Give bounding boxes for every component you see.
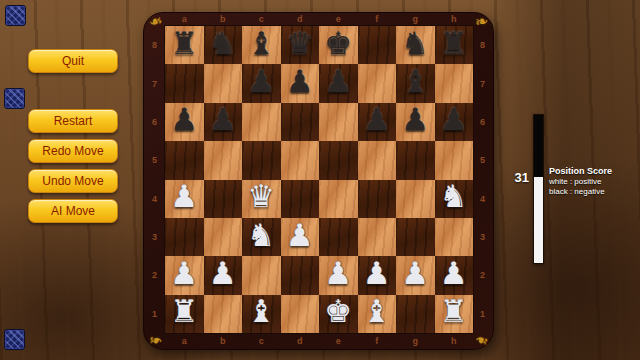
piece-white-king: ♚ [319,293,358,331]
square-a8[interactable]: ♜ [165,26,204,64]
rank-label-8: 8 [472,26,493,64]
rank-label-4: 4 [144,180,165,218]
square-h2[interactable]: ♟ [435,256,474,294]
square-f1[interactable]: ♝ [358,295,397,333]
score-bar [533,114,544,264]
square-h5[interactable] [435,141,474,179]
board-grid: ♜♞♝♛♚♞♜♟♟♟♝♟♟♟♟♟♟♛♞♞♟♟♟♟♟♟♟♜♝♚♝♜ [165,26,473,333]
square-g1[interactable] [396,295,435,333]
piece-white-bishop: ♝ [242,293,281,331]
square-c3[interactable]: ♞ [242,218,281,256]
piece-black-bishop: ♝ [242,24,281,62]
piece-black-bishop: ♝ [396,62,435,100]
square-b8[interactable]: ♞ [204,26,243,64]
square-e1[interactable]: ♚ [319,295,358,333]
piece-black-pawn: ♟ [396,101,435,139]
ornament-icon [4,88,25,109]
square-e8[interactable]: ♚ [319,26,358,64]
piece-white-rook: ♜ [165,293,204,331]
ornament-icon [4,329,25,350]
score-legend-black: black : negative [549,187,637,197]
file-label-g: g [396,335,435,348]
piece-white-pawn: ♟ [165,178,204,216]
piece-black-pawn: ♟ [281,62,320,100]
square-g8[interactable]: ♞ [396,26,435,64]
piece-black-pawn: ♟ [358,101,397,139]
piece-white-pawn: ♟ [319,254,358,292]
rank-label-5: 5 [144,141,165,179]
piece-black-knight: ♞ [396,24,435,62]
square-d4[interactable] [281,180,320,218]
score-value: 31 [502,170,529,185]
square-d5[interactable] [281,141,320,179]
rank-label-2: 2 [472,256,493,294]
square-c1[interactable]: ♝ [242,295,281,333]
square-h6[interactable]: ♟ [435,103,474,141]
square-g4[interactable] [396,180,435,218]
square-d6[interactable] [281,103,320,141]
square-g3[interactable] [396,218,435,256]
piece-white-knight: ♞ [242,216,281,254]
ai-move-button[interactable]: AI Move [28,199,118,223]
piece-black-queen: ♛ [281,24,320,62]
file-label-d: d [281,13,320,26]
ornament-icon [5,5,26,26]
file-label-b: b [204,335,243,348]
piece-black-knight: ♞ [204,24,243,62]
square-f8[interactable] [358,26,397,64]
square-f6[interactable]: ♟ [358,103,397,141]
score-bar-white-segment [534,177,543,263]
square-d8[interactable]: ♛ [281,26,320,64]
square-a5[interactable] [165,141,204,179]
rank-label-2: 2 [144,256,165,294]
square-h7[interactable] [435,64,474,102]
quit-button[interactable]: Quit [28,49,118,73]
square-e2[interactable]: ♟ [319,256,358,294]
piece-white-pawn: ♟ [204,254,243,292]
piece-black-rook: ♜ [435,24,474,62]
square-d1[interactable] [281,295,320,333]
piece-black-rook: ♜ [165,24,204,62]
square-h8[interactable]: ♜ [435,26,474,64]
piece-white-queen: ♛ [242,178,281,216]
file-labels-top: abcdefgh [165,13,473,26]
chess-board-frame: ❧ ❧ ❧ ❧ abcdefgh 87654321 ♜♞♝♛♚♞♜♟♟♟♝♟♟♟… [143,12,494,350]
square-c8[interactable]: ♝ [242,26,281,64]
piece-white-pawn: ♟ [435,254,474,292]
square-b5[interactable] [204,141,243,179]
square-c2[interactable] [242,256,281,294]
piece-black-pawn: ♟ [319,62,358,100]
rank-label-6: 6 [472,103,493,141]
square-a1[interactable]: ♜ [165,295,204,333]
square-e4[interactable] [319,180,358,218]
restart-button[interactable]: Restart [28,109,118,133]
piece-black-king: ♚ [319,24,358,62]
score-legend-title: Position Score [549,166,637,176]
square-e3[interactable] [319,218,358,256]
file-label-d: d [281,335,320,348]
square-a7[interactable] [165,64,204,102]
rank-label-7: 7 [472,64,493,102]
square-f4[interactable] [358,180,397,218]
file-label-h: h [435,335,474,348]
square-f2[interactable]: ♟ [358,256,397,294]
square-f3[interactable] [358,218,397,256]
square-g5[interactable] [396,141,435,179]
piece-white-pawn: ♟ [358,254,397,292]
square-e7[interactable]: ♟ [319,64,358,102]
rank-label-5: 5 [472,141,493,179]
file-labels-bottom: abcdefgh [165,335,473,348]
piece-white-bishop: ♝ [358,293,397,331]
square-d2[interactable] [281,256,320,294]
piece-white-pawn: ♟ [165,254,204,292]
piece-black-pawn: ♟ [204,101,243,139]
square-f5[interactable] [358,141,397,179]
square-c4[interactable]: ♛ [242,180,281,218]
rank-label-3: 3 [472,218,493,256]
square-d7[interactable]: ♟ [281,64,320,102]
square-e5[interactable] [319,141,358,179]
file-label-b: b [204,13,243,26]
file-label-f: f [358,13,397,26]
square-g7[interactable]: ♝ [396,64,435,102]
file-label-h: h [435,13,474,26]
square-h4[interactable]: ♞ [435,180,474,218]
square-d3[interactable]: ♟ [281,218,320,256]
piece-white-knight: ♞ [435,178,474,216]
rank-label-8: 8 [144,26,165,64]
file-label-c: c [242,335,281,348]
rank-label-3: 3 [144,218,165,256]
rank-label-7: 7 [144,64,165,102]
piece-black-pawn: ♟ [435,101,474,139]
square-a4[interactable]: ♟ [165,180,204,218]
square-h3[interactable] [435,218,474,256]
square-g6[interactable]: ♟ [396,103,435,141]
piece-black-pawn: ♟ [242,62,281,100]
piece-white-rook: ♜ [435,293,474,331]
square-b2[interactable]: ♟ [204,256,243,294]
rank-label-6: 6 [144,103,165,141]
square-h1[interactable]: ♜ [435,295,474,333]
square-b4[interactable] [204,180,243,218]
file-label-a: a [165,13,204,26]
square-e6[interactable] [319,103,358,141]
file-label-g: g [396,13,435,26]
file-label-a: a [165,335,204,348]
square-b6[interactable]: ♟ [204,103,243,141]
rank-label-4: 4 [472,180,493,218]
piece-black-pawn: ♟ [165,101,204,139]
gold-flourish-icon: ❧ [473,331,489,349]
square-g2[interactable]: ♟ [396,256,435,294]
square-c7[interactable]: ♟ [242,64,281,102]
square-f7[interactable] [358,64,397,102]
rank-labels-left: 87654321 [144,26,165,333]
piece-white-pawn: ♟ [396,254,435,292]
square-c6[interactable] [242,103,281,141]
square-a6[interactable]: ♟ [165,103,204,141]
square-c5[interactable] [242,141,281,179]
undo-move-button[interactable]: Undo Move [28,169,118,193]
piece-white-pawn: ♟ [281,216,320,254]
gold-flourish-icon: ❧ [148,331,164,349]
rank-label-1: 1 [472,295,493,333]
square-a3[interactable] [165,218,204,256]
square-b1[interactable] [204,295,243,333]
redo-move-button[interactable]: Redo Move [28,139,118,163]
score-bar-black-segment [534,115,543,177]
square-b3[interactable] [204,218,243,256]
score-legend-white: white : positive [549,177,637,187]
rank-labels-right: 87654321 [472,26,493,333]
square-a2[interactable]: ♟ [165,256,204,294]
square-b7[interactable] [204,64,243,102]
score-legend: Position Score white : positive black : … [549,166,637,196]
file-label-e: e [319,335,358,348]
file-label-e: e [319,13,358,26]
rank-label-1: 1 [144,295,165,333]
file-label-c: c [242,13,281,26]
file-label-f: f [358,335,397,348]
